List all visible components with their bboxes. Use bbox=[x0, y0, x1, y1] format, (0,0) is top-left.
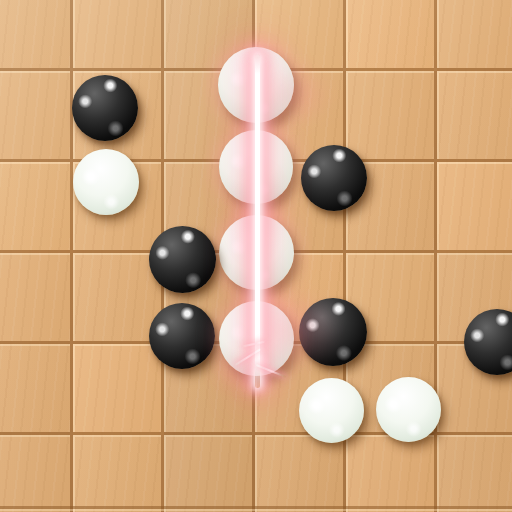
board-cell[interactable] bbox=[255, 435, 346, 512]
board-cell[interactable] bbox=[164, 435, 255, 512]
board-cell[interactable] bbox=[346, 435, 437, 512]
board-cell[interactable] bbox=[437, 435, 512, 512]
board-cell[interactable] bbox=[0, 435, 73, 512]
board-cell[interactable] bbox=[346, 0, 437, 71]
board-cell[interactable] bbox=[437, 71, 512, 162]
white-stone-winning bbox=[219, 215, 294, 290]
black-stone bbox=[149, 226, 216, 293]
board-cell[interactable] bbox=[0, 71, 73, 162]
board-cell[interactable] bbox=[73, 0, 164, 71]
white-stone-winning bbox=[218, 47, 294, 123]
gomoku-board[interactable] bbox=[0, 0, 512, 512]
board-cell[interactable] bbox=[346, 71, 437, 162]
board-cell[interactable] bbox=[0, 162, 73, 253]
board-cell[interactable] bbox=[0, 344, 73, 435]
board-cell[interactable] bbox=[437, 162, 512, 253]
white-stone bbox=[73, 149, 139, 215]
white-stone bbox=[299, 378, 364, 443]
board-cell[interactable] bbox=[73, 344, 164, 435]
board-cell[interactable] bbox=[437, 0, 512, 71]
white-stone bbox=[376, 377, 441, 442]
black-stone bbox=[301, 145, 367, 211]
white-stone-winning bbox=[219, 301, 294, 376]
board-cell[interactable] bbox=[0, 0, 73, 71]
board-edge-line bbox=[0, 506, 512, 509]
black-stone bbox=[299, 298, 367, 366]
black-stone bbox=[149, 303, 215, 369]
white-stone-winning bbox=[219, 130, 293, 204]
board-cell[interactable] bbox=[0, 253, 73, 344]
board-cell[interactable] bbox=[73, 435, 164, 512]
black-stone bbox=[72, 75, 138, 141]
